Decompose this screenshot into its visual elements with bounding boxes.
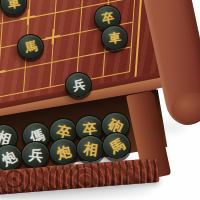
- piece-character: 兵: [72, 78, 86, 92]
- board-piece[interactable]: 兵: [65, 72, 92, 97]
- piece-character: 馬: [107, 136, 126, 155]
- drawer-piece[interactable]: 炮: [49, 138, 78, 165]
- piece-character: 卒: [100, 10, 114, 24]
- piece-character: 兵: [28, 147, 43, 162]
- piece-character: 車: [108, 31, 122, 45]
- drawer-piece[interactable]: 相: [76, 135, 105, 162]
- xiangqi-set-photo: 車 卒 車 馬 兵 相 傌 卒 卒 砲 炮 兵 炮 相 馬: [0, 0, 200, 200]
- piece-character: 馬: [23, 39, 38, 54]
- board-cell: [23, 62, 51, 92]
- piece-character: 車: [7, 0, 21, 9]
- board-piece[interactable]: 馬: [17, 34, 44, 59]
- piece-character: 卒: [82, 121, 97, 136]
- board-piece[interactable]: 車: [101, 25, 128, 50]
- drawer-piece[interactable]: 馬: [102, 132, 131, 159]
- board-cell: [103, 46, 131, 76]
- piece-character: 炮: [0, 148, 18, 167]
- star-point-marking: [45, 28, 61, 46]
- cast-shadow: [152, 120, 186, 134]
- piece-character: 炮: [55, 143, 72, 160]
- piece-character: 相: [83, 141, 99, 157]
- drawer-piece[interactable]: 兵: [21, 141, 50, 168]
